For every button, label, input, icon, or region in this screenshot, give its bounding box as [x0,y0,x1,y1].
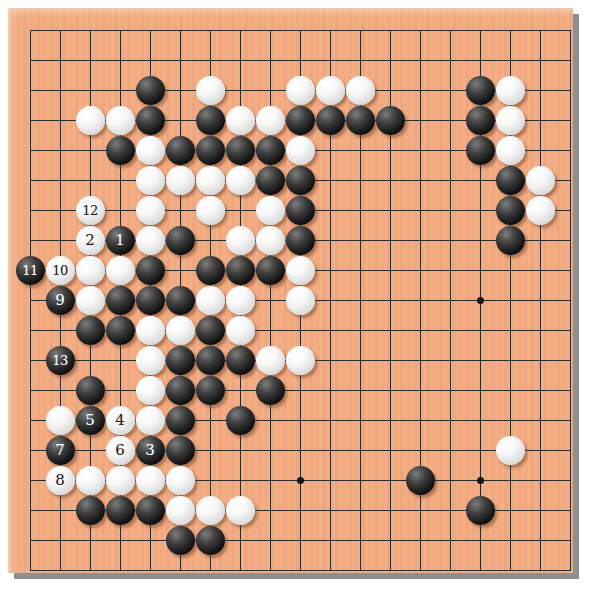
board-cell[interactable]: 12 [75,195,105,225]
board-cell[interactable] [285,135,315,165]
board-cell[interactable] [285,105,315,135]
board-cell[interactable] [405,375,435,405]
board-cell[interactable]: 5 [75,405,105,435]
board-cell[interactable] [225,45,255,75]
board-cell[interactable] [465,435,495,465]
board-cell[interactable] [75,255,105,285]
board-cell[interactable] [315,525,345,555]
board-cell[interactable] [45,105,75,135]
board-cell[interactable] [45,405,75,435]
board-cell[interactable] [135,15,165,45]
board-cell[interactable] [495,465,525,495]
board-cell[interactable] [345,195,375,225]
board-cell[interactable] [345,285,375,315]
board-cell[interactable] [345,255,375,285]
board-cell[interactable] [165,315,195,345]
board-cell[interactable] [375,375,405,405]
board-cell[interactable] [435,135,465,165]
board-cell[interactable] [315,405,345,435]
board-cell[interactable] [315,75,345,105]
board-cell[interactable] [345,495,375,525]
board-cell[interactable] [135,345,165,375]
board-cell[interactable] [315,345,345,375]
board-cell[interactable] [135,165,165,195]
board-cell[interactable] [525,45,555,75]
board-cell[interactable]: 10 [45,255,75,285]
board-cell[interactable] [345,45,375,75]
board-cell[interactable] [165,465,195,495]
board-cell[interactable] [525,405,555,435]
board-cell[interactable] [465,555,495,585]
board-cell[interactable] [255,405,285,435]
board-cell[interactable] [255,375,285,405]
board-cell[interactable] [195,75,225,105]
board-cell[interactable] [195,555,225,585]
board-cell[interactable] [195,375,225,405]
board-cell[interactable] [525,465,555,495]
board-cell[interactable] [135,105,165,135]
board-cell[interactable] [225,15,255,45]
board-cell[interactable] [375,315,405,345]
board-cell[interactable] [15,45,45,75]
board-cell[interactable] [315,375,345,405]
board-cell[interactable] [225,225,255,255]
board-cell[interactable] [15,225,45,255]
board-cell[interactable] [75,15,105,45]
board-cell[interactable] [375,285,405,315]
board-cell[interactable] [15,105,45,135]
board-cell[interactable] [105,375,135,405]
board-cell[interactable] [255,345,285,375]
board-cell[interactable] [195,285,225,315]
board-cell[interactable] [345,315,375,345]
board-cell[interactable] [315,15,345,45]
board-cell[interactable] [495,225,525,255]
board-cell[interactable] [75,75,105,105]
board-cell[interactable] [555,315,585,345]
board-cell[interactable] [555,225,585,255]
board-cell[interactable] [45,165,75,195]
board-cell[interactable] [405,285,435,315]
board-cell[interactable] [375,165,405,195]
board-cell[interactable] [225,285,255,315]
board-cell[interactable] [15,465,45,495]
board-cell[interactable] [315,195,345,225]
board-cell[interactable] [435,225,465,255]
board-cell[interactable] [195,495,225,525]
board-cell[interactable] [255,45,285,75]
board-cell[interactable] [405,345,435,375]
board-cell[interactable] [105,525,135,555]
board-cell[interactable] [375,225,405,255]
board-cell[interactable] [195,435,225,465]
board-cell[interactable] [465,165,495,195]
board-cell[interactable] [375,75,405,105]
board-cell[interactable] [135,285,165,315]
board-cell[interactable] [405,105,435,135]
board-cell[interactable] [405,495,435,525]
board-cell[interactable] [375,525,405,555]
board-cell[interactable] [15,375,45,405]
board-cell[interactable] [195,225,225,255]
board-cell[interactable] [435,165,465,195]
board-cell[interactable] [285,45,315,75]
board-cell[interactable] [135,555,165,585]
board-cell[interactable] [555,15,585,45]
board-cell[interactable] [15,405,45,435]
board-cell[interactable] [465,345,495,375]
board-cell[interactable] [495,165,525,195]
board-cell[interactable] [375,435,405,465]
board-cell[interactable] [15,495,45,525]
board-cell[interactable] [555,495,585,525]
board-cell[interactable] [465,495,495,525]
board-cell[interactable] [405,435,435,465]
board-cell[interactable] [525,75,555,105]
board-cell[interactable] [495,555,525,585]
board-cell[interactable] [75,135,105,165]
board-cell[interactable] [285,195,315,225]
board-cell[interactable] [345,525,375,555]
board-cell[interactable] [435,555,465,585]
board-cell[interactable] [405,75,435,105]
board-cell[interactable] [555,75,585,105]
board-cell[interactable] [225,345,255,375]
board-cell[interactable] [105,45,135,75]
board-cell[interactable] [285,435,315,465]
board-cell[interactable] [165,45,195,75]
board-cell[interactable] [435,405,465,435]
board-cell[interactable] [525,555,555,585]
board-cell[interactable] [195,15,225,45]
board-cell[interactable] [255,165,285,195]
board-cell[interactable] [255,75,285,105]
board-cell[interactable] [315,465,345,495]
board-cell[interactable] [135,135,165,165]
board-cell[interactable] [105,495,135,525]
board-cell[interactable] [495,345,525,375]
board-cell[interactable] [435,255,465,285]
board-cell[interactable] [495,435,525,465]
board-cell[interactable] [45,75,75,105]
board-cell[interactable] [225,315,255,345]
board-cell[interactable] [465,465,495,495]
board-cell[interactable] [165,135,195,165]
board-cell[interactable] [135,255,165,285]
board-cell[interactable] [165,495,195,525]
board-cell[interactable] [285,315,315,345]
board-cell[interactable] [195,255,225,285]
board-cell[interactable] [315,555,345,585]
board-cell[interactable] [495,75,525,105]
board-cell[interactable] [75,315,105,345]
board-cell[interactable] [225,405,255,435]
board-cell[interactable] [495,315,525,345]
board-cell[interactable] [405,315,435,345]
board-cell[interactable] [15,15,45,45]
board-cell[interactable] [15,195,45,225]
board-cell[interactable] [435,45,465,75]
board-cell[interactable] [435,375,465,405]
board-cell[interactable] [255,225,285,255]
board-cell[interactable] [75,285,105,315]
board-cell[interactable] [465,45,495,75]
board-cell[interactable] [45,495,75,525]
board-cell[interactable] [195,195,225,225]
board-cell[interactable] [195,465,225,495]
board-cell[interactable] [135,405,165,435]
board-cell[interactable] [555,345,585,375]
board-cell[interactable] [225,105,255,135]
board-cell[interactable] [345,555,375,585]
board-cell[interactable] [345,405,375,435]
board-cell[interactable] [165,195,195,225]
board-cell[interactable]: 7 [45,435,75,465]
board-cell[interactable] [525,435,555,465]
board-cell[interactable] [495,495,525,525]
board-cell[interactable] [165,225,195,255]
board-cell[interactable] [105,345,135,375]
board-cell[interactable] [435,525,465,555]
board-cell[interactable] [285,555,315,585]
board-cell[interactable] [15,315,45,345]
board-cell[interactable] [75,45,105,75]
board-cell[interactable] [465,195,495,225]
board-cell[interactable] [495,255,525,285]
board-cell[interactable] [255,105,285,135]
board-cell[interactable] [165,285,195,315]
board-cell[interactable] [285,225,315,255]
board-cell[interactable] [465,225,495,255]
board-cell[interactable] [15,345,45,375]
board-cell[interactable] [195,315,225,345]
board-cell[interactable] [105,555,135,585]
board-cell[interactable] [105,165,135,195]
board-cell[interactable] [255,435,285,465]
board-cell[interactable]: 13 [45,345,75,375]
board-cell[interactable] [165,405,195,435]
board-cell[interactable] [315,435,345,465]
board-cell[interactable] [75,495,105,525]
board-cell[interactable] [135,495,165,525]
board-cell[interactable] [315,105,345,135]
board-cell[interactable] [225,555,255,585]
board-cell[interactable] [405,555,435,585]
board-cell[interactable] [555,165,585,195]
board-cell[interactable]: 8 [45,465,75,495]
board-cell[interactable] [345,225,375,255]
board-cell[interactable] [495,45,525,75]
board-cell[interactable] [255,285,285,315]
board-cell[interactable] [555,405,585,435]
board-cell[interactable] [135,375,165,405]
board-cell[interactable] [45,195,75,225]
board-cell[interactable] [435,105,465,135]
board-cell[interactable] [555,375,585,405]
board-cell[interactable] [405,405,435,435]
board-cell[interactable] [315,495,345,525]
board-cell[interactable] [315,225,345,255]
board-cell[interactable] [405,255,435,285]
board-cell[interactable] [195,345,225,375]
board-cell[interactable] [405,465,435,495]
board-cell[interactable] [525,165,555,195]
board-cell[interactable] [315,165,345,195]
board-cell[interactable] [465,315,495,345]
board-cell[interactable] [285,525,315,555]
board-cell[interactable] [555,135,585,165]
board-cell[interactable] [225,165,255,195]
board-cell[interactable] [75,555,105,585]
board-cell[interactable] [225,495,255,525]
board-cell[interactable] [285,375,315,405]
board-cell[interactable] [465,285,495,315]
board-cell[interactable] [525,495,555,525]
board-cell[interactable]: 11 [15,255,45,285]
board-cell[interactable] [525,285,555,315]
board-cell[interactable] [405,525,435,555]
board-cell[interactable] [465,255,495,285]
board-cell[interactable] [465,105,495,135]
board-cell[interactable] [285,165,315,195]
board-cell[interactable] [45,315,75,345]
board-cell[interactable] [405,15,435,45]
board-cell[interactable] [375,555,405,585]
board-cell[interactable] [525,105,555,135]
board-cell[interactable] [255,195,285,225]
board-cell[interactable] [465,75,495,105]
board-cell[interactable] [225,195,255,225]
board-cell[interactable] [435,495,465,525]
board-cell[interactable] [375,45,405,75]
board-cell[interactable] [345,15,375,45]
board-cell[interactable] [405,135,435,165]
board-cell[interactable] [225,465,255,495]
board-cell[interactable] [255,315,285,345]
board-cell[interactable] [75,105,105,135]
board-cell[interactable] [435,15,465,45]
board-cell[interactable] [345,165,375,195]
board-cell[interactable] [15,285,45,315]
board-cell[interactable] [285,75,315,105]
board-cell[interactable] [285,465,315,495]
board-cell[interactable] [465,525,495,555]
board-cell[interactable] [15,435,45,465]
board-cell[interactable] [555,255,585,285]
board-cell[interactable] [555,435,585,465]
board-cell[interactable]: 3 [135,435,165,465]
board-cell[interactable] [105,135,135,165]
board-cell[interactable] [195,105,225,135]
board-cell[interactable] [375,135,405,165]
board-cell[interactable] [225,525,255,555]
board-cell[interactable] [555,555,585,585]
board-cell[interactable] [435,285,465,315]
board-cell[interactable] [345,345,375,375]
board-cell[interactable] [495,285,525,315]
board-cell[interactable]: 4 [105,405,135,435]
board-cell[interactable] [375,105,405,135]
board-cell[interactable] [285,15,315,45]
board-cell[interactable] [165,255,195,285]
board-cell[interactable] [315,135,345,165]
board-cell[interactable] [525,255,555,285]
board-cell[interactable] [105,315,135,345]
board-cell[interactable] [195,525,225,555]
board-cell[interactable] [45,375,75,405]
board-cell[interactable] [225,375,255,405]
board-cell[interactable] [285,255,315,285]
board-cell[interactable] [105,255,135,285]
board-cell[interactable] [165,555,195,585]
board-cell[interactable] [555,525,585,555]
board-cell[interactable] [75,345,105,375]
board-cell[interactable] [195,135,225,165]
board-cell[interactable] [135,75,165,105]
board-cell[interactable] [75,375,105,405]
board-cell[interactable] [255,255,285,285]
board-cell[interactable] [495,135,525,165]
board-cell[interactable] [255,525,285,555]
board-cell[interactable] [465,15,495,45]
board-cell[interactable] [525,525,555,555]
board-cell[interactable] [285,495,315,525]
board-cell[interactable] [45,555,75,585]
board-cell[interactable] [495,525,525,555]
board-cell[interactable] [435,315,465,345]
board-cell[interactable] [165,165,195,195]
board-cell[interactable] [555,105,585,135]
board-cell[interactable] [375,195,405,225]
board-cell[interactable] [315,255,345,285]
board-cell[interactable] [375,495,405,525]
board-cell[interactable] [525,225,555,255]
board-cell[interactable] [285,345,315,375]
board-cell[interactable] [165,75,195,105]
board-cell[interactable] [555,45,585,75]
board-cell[interactable] [105,105,135,135]
board-cell[interactable] [165,525,195,555]
board-cell[interactable] [75,435,105,465]
board-cell[interactable] [255,495,285,525]
board-cell[interactable] [135,195,165,225]
board-cell[interactable] [435,75,465,105]
board-cell[interactable] [105,285,135,315]
board-cell[interactable] [75,165,105,195]
board-cell[interactable] [105,195,135,225]
board-cell[interactable]: 6 [105,435,135,465]
board-cell[interactable] [525,315,555,345]
board-cell[interactable] [525,15,555,45]
board-cell[interactable] [45,225,75,255]
board-cell[interactable] [315,285,345,315]
board-cell[interactable] [285,405,315,435]
board-cell[interactable] [495,195,525,225]
board-cell[interactable] [525,135,555,165]
board-cell[interactable] [465,135,495,165]
board-cell[interactable] [255,555,285,585]
board-cell[interactable] [495,105,525,135]
board-cell[interactable] [375,15,405,45]
board-cell[interactable] [195,165,225,195]
board-cell[interactable]: 9 [45,285,75,315]
board-cell[interactable] [315,315,345,345]
board-cell[interactable] [195,405,225,435]
board-cell[interactable] [15,165,45,195]
board-cell[interactable] [135,525,165,555]
board-cell[interactable] [345,465,375,495]
board-cell[interactable] [75,525,105,555]
